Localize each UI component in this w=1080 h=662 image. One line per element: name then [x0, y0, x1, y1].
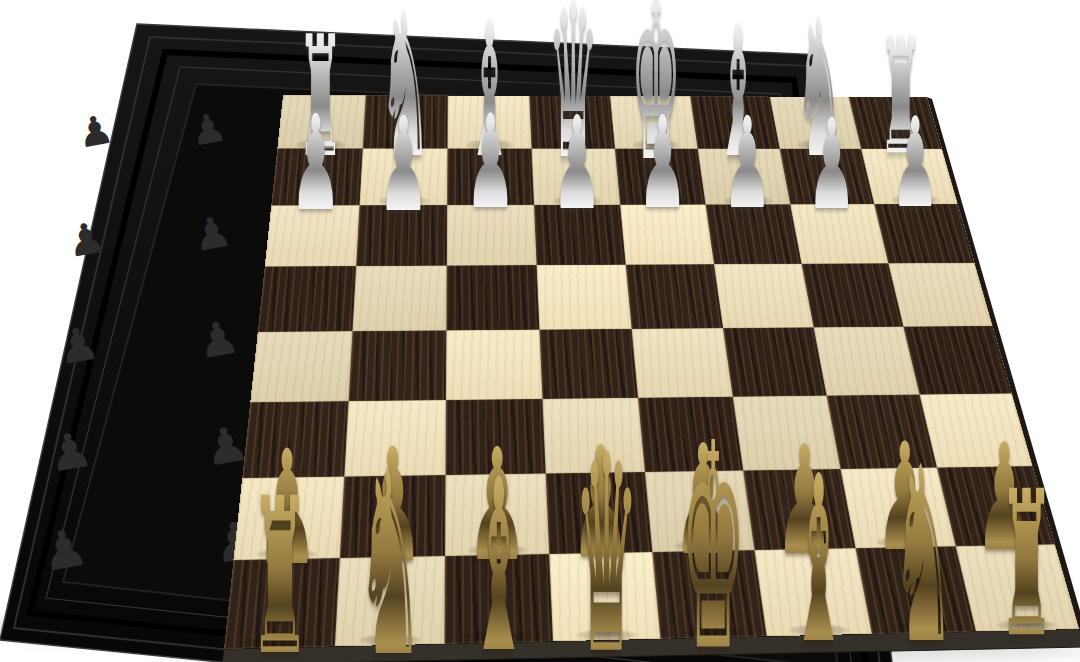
square-f5	[714, 264, 814, 328]
square-h6	[874, 204, 974, 263]
square-f3	[733, 396, 841, 471]
square-d5	[537, 265, 632, 330]
square-e2	[645, 471, 755, 553]
square-e1	[652, 550, 766, 639]
square-g4	[814, 327, 920, 396]
square-g6	[790, 204, 888, 264]
square-b5	[353, 266, 447, 332]
square-e5	[626, 264, 723, 329]
square-d8	[529, 96, 615, 149]
square-c8	[447, 96, 531, 149]
square-d7	[532, 149, 621, 205]
square-h5	[888, 263, 992, 327]
square-e8	[610, 96, 698, 149]
square-a1	[224, 558, 340, 649]
square-a4	[250, 331, 352, 402]
square-b7	[360, 149, 448, 206]
square-b8	[363, 95, 448, 148]
square-a2	[233, 477, 344, 561]
square-c2	[445, 474, 549, 557]
square-b1	[335, 556, 445, 646]
square-f1	[754, 548, 871, 636]
square-c3	[446, 399, 546, 475]
square-f2	[743, 469, 855, 550]
square-c5	[446, 265, 539, 330]
square-b2	[340, 475, 446, 558]
square-g2	[841, 468, 956, 549]
square-c6	[447, 205, 537, 266]
square-g7	[780, 149, 875, 205]
square-a8	[277, 95, 365, 149]
chess-set-product-photo: ♟♟♟♟♟♟♟♟♟♟ ♜♞♝♛♚♝♞♜♟♟♟♟♟♟♟♟♟♟♟♟♟♟♟♟♜♞♝♛♚…	[0, 0, 1080, 662]
square-f8	[690, 96, 779, 148]
square-a6	[265, 205, 360, 266]
square-a5	[258, 266, 356, 332]
foam-cutout-6: ♟	[74, 105, 117, 157]
square-g8	[770, 97, 861, 149]
square-f7	[698, 149, 791, 205]
square-f6	[706, 204, 802, 264]
square-f4	[723, 327, 827, 396]
square-b3	[344, 400, 446, 477]
square-d2	[546, 472, 653, 554]
square-e3	[638, 397, 743, 472]
square-d6	[534, 205, 626, 265]
square-g5	[802, 263, 904, 327]
square-e6	[620, 205, 714, 265]
square-e7	[615, 149, 706, 205]
square-d4	[539, 329, 638, 399]
square-b6	[356, 205, 447, 266]
square-a7	[271, 148, 363, 205]
square-a3	[242, 401, 348, 478]
square-h7	[861, 149, 958, 204]
square-d3	[542, 398, 644, 474]
square-b4	[349, 330, 447, 401]
square-h4	[903, 326, 1011, 395]
square-e4	[632, 328, 733, 398]
square-h8	[849, 97, 942, 149]
square-c4	[446, 330, 542, 400]
square-c7	[447, 149, 534, 206]
square-d1	[549, 552, 660, 641]
square-c1	[444, 554, 553, 644]
square-g3	[827, 395, 937, 469]
